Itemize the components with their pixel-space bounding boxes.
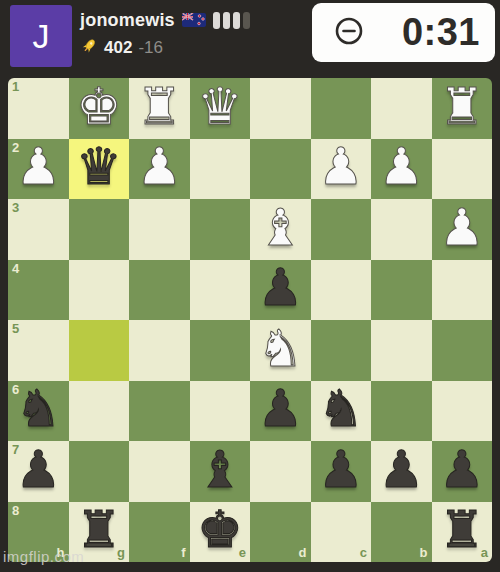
chess-app-screen: J jonomewis <box>0 0 500 572</box>
black-bishop: ♝ <box>197 444 243 495</box>
file-label-c: c <box>360 546 367 559</box>
white-rook: ♜ <box>136 81 182 132</box>
square-h4[interactable]: 4 <box>8 260 69 321</box>
square-b3[interactable] <box>371 199 432 260</box>
connection-bar <box>233 12 240 29</box>
square-d8[interactable]: d <box>250 502 311 563</box>
square-g4[interactable] <box>69 260 130 321</box>
square-e5[interactable] <box>190 320 251 381</box>
player-identity: jonomewis <box>80 8 250 59</box>
opponent-clock: 0:31 <box>312 3 495 62</box>
square-e1[interactable]: ♛ <box>190 78 251 139</box>
square-b5[interactable] <box>371 320 432 381</box>
white-rook: ♜ <box>439 81 485 132</box>
square-h6[interactable]: 6♞ <box>8 381 69 442</box>
square-a2[interactable] <box>432 139 493 200</box>
square-c5[interactable] <box>311 320 372 381</box>
square-f8[interactable]: f <box>129 502 190 563</box>
square-c4[interactable] <box>311 260 372 321</box>
square-e2[interactable] <box>190 139 251 200</box>
rank-label-3: 3 <box>12 201 19 214</box>
username[interactable]: jonomewis <box>80 10 175 31</box>
black-rook: ♜ <box>439 504 485 555</box>
square-f2[interactable]: ♟ <box>129 139 190 200</box>
square-g2[interactable]: ♛ <box>69 139 130 200</box>
black-pawn: ♟ <box>257 383 303 434</box>
square-h2[interactable]: 2♟ <box>8 139 69 200</box>
square-b6[interactable] <box>371 381 432 442</box>
rating-value: 402 <box>104 38 132 58</box>
connection-bar <box>213 12 220 29</box>
rank-label-1: 1 <box>12 80 19 93</box>
black-pawn: ♟ <box>378 444 424 495</box>
square-a7[interactable]: ♟ <box>432 441 493 502</box>
square-b4[interactable] <box>371 260 432 321</box>
rank-label-8: 8 <box>12 504 19 517</box>
white-king: ♚ <box>76 81 122 132</box>
square-a6[interactable] <box>432 381 493 442</box>
square-d7[interactable] <box>250 441 311 502</box>
square-f5[interactable] <box>129 320 190 381</box>
square-d3[interactable]: ♝ <box>250 199 311 260</box>
square-h5[interactable]: 5 <box>8 320 69 381</box>
white-pawn: ♟ <box>136 141 182 192</box>
square-b7[interactable]: ♟ <box>371 441 432 502</box>
white-pawn: ♟ <box>439 202 485 253</box>
minus-circle-icon <box>334 16 364 50</box>
square-f6[interactable] <box>129 381 190 442</box>
square-c3[interactable] <box>311 199 372 260</box>
avatar-letter: J <box>33 17 50 56</box>
white-knight: ♞ <box>257 323 303 374</box>
square-c8[interactable]: c <box>311 502 372 563</box>
rating-change: -16 <box>138 38 163 58</box>
square-e6[interactable] <box>190 381 251 442</box>
imgflip-watermark: imgflip.com <box>3 548 84 565</box>
square-a1[interactable]: ♜ <box>432 78 493 139</box>
square-a3[interactable]: ♟ <box>432 199 493 260</box>
square-h7[interactable]: 7♟ <box>8 441 69 502</box>
black-pawn: ♟ <box>318 444 364 495</box>
square-d1[interactable] <box>250 78 311 139</box>
square-d6[interactable]: ♟ <box>250 381 311 442</box>
black-queen: ♛ <box>76 141 122 192</box>
connection-bar <box>223 12 230 29</box>
square-e3[interactable] <box>190 199 251 260</box>
square-g3[interactable] <box>69 199 130 260</box>
file-label-b: b <box>420 546 428 559</box>
clock-time: 0:31 <box>364 11 495 54</box>
square-h1[interactable]: 1 <box>8 78 69 139</box>
square-e8[interactable]: e♚ <box>190 502 251 563</box>
square-c1[interactable] <box>311 78 372 139</box>
square-g7[interactable] <box>69 441 130 502</box>
black-pawn: ♟ <box>257 262 303 313</box>
white-pawn: ♟ <box>378 141 424 192</box>
square-e7[interactable]: ♝ <box>190 441 251 502</box>
black-knight: ♞ <box>15 383 61 434</box>
rank-label-4: 4 <box>12 262 19 275</box>
black-king: ♚ <box>197 504 243 555</box>
square-g6[interactable] <box>69 381 130 442</box>
square-f4[interactable] <box>129 260 190 321</box>
new-zealand-flag-icon <box>182 13 206 27</box>
file-label-f: f <box>181 546 185 559</box>
black-pawn: ♟ <box>439 444 485 495</box>
connection-bar <box>243 12 250 29</box>
rocket-icon <box>80 37 98 59</box>
white-queen: ♛ <box>197 81 243 132</box>
square-c6[interactable]: ♞ <box>311 381 372 442</box>
square-c2[interactable]: ♟ <box>311 139 372 200</box>
avatar[interactable]: J <box>10 5 72 67</box>
square-h3[interactable]: 3 <box>8 199 69 260</box>
square-a5[interactable] <box>432 320 493 381</box>
square-d5[interactable]: ♞ <box>250 320 311 381</box>
chess-board: 1♚♜♛♜2♟♛♟♟♟3♝♟4♟5♞6♞♟♞7♟♝♟♟♟8hg♜fe♚dcba♜ <box>8 78 492 562</box>
black-pawn: ♟ <box>15 444 61 495</box>
connection-bars-icon <box>213 12 250 29</box>
opponent-info-bar: J jonomewis <box>0 0 500 72</box>
square-d2[interactable] <box>250 139 311 200</box>
square-a8[interactable]: a♜ <box>432 502 493 563</box>
white-pawn: ♟ <box>318 141 364 192</box>
black-knight: ♞ <box>318 383 364 434</box>
square-g1[interactable]: ♚ <box>69 78 130 139</box>
square-b1[interactable] <box>371 78 432 139</box>
white-pawn: ♟ <box>15 141 61 192</box>
square-b2[interactable]: ♟ <box>371 139 432 200</box>
square-f7[interactable] <box>129 441 190 502</box>
square-g5[interactable] <box>69 320 130 381</box>
square-b8[interactable]: b <box>371 502 432 563</box>
square-d4[interactable]: ♟ <box>250 260 311 321</box>
square-e4[interactable] <box>190 260 251 321</box>
square-a4[interactable] <box>432 260 493 321</box>
square-c7[interactable]: ♟ <box>311 441 372 502</box>
file-label-d: d <box>299 546 307 559</box>
white-bishop: ♝ <box>257 202 303 253</box>
rank-label-5: 5 <box>12 322 19 335</box>
square-f1[interactable]: ♜ <box>129 78 190 139</box>
square-f3[interactable] <box>129 199 190 260</box>
